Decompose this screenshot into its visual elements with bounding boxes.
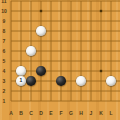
black-stone-C3: [26, 76, 36, 86]
white-stone-B4: [16, 66, 26, 76]
column-label-J: J: [90, 110, 93, 115]
column-label-G: G: [69, 110, 73, 115]
column-label-K: K: [99, 110, 103, 115]
row-label-10: 10: [1, 9, 7, 14]
row-label-3: 3: [3, 79, 6, 84]
column-label-B: B: [19, 110, 23, 115]
white-stone-D8: [36, 26, 46, 36]
row-label-4: 4: [3, 69, 6, 74]
row-label-6: 6: [3, 49, 6, 54]
row-label-11: 11: [1, 0, 6, 4]
black-stone-F3: [56, 76, 66, 86]
board-grid: [0, 0, 120, 120]
column-label-D: D: [39, 110, 43, 115]
black-stone-D4: [36, 66, 46, 76]
column-label-F: F: [59, 110, 62, 115]
column-label-H: H: [79, 110, 83, 115]
move-number-label: 1: [20, 78, 23, 83]
star-point-D10: [40, 10, 42, 12]
row-label-5: 5: [3, 59, 6, 64]
white-stone-L3: [106, 76, 116, 86]
go-board[interactable]: 1110987654321ABCDEFGHJKL1: [0, 0, 120, 120]
star-point-K4: [100, 70, 102, 72]
row-label-2: 2: [3, 89, 6, 94]
white-stone-C6: [26, 46, 36, 56]
row-label-8: 8: [3, 29, 6, 34]
go-board-screenshot: 1110987654321ABCDEFGHJKL1: [0, 0, 120, 120]
star-point-K10: [100, 10, 102, 12]
column-label-A: A: [9, 110, 13, 115]
white-stone-B3: 1: [16, 76, 26, 86]
column-label-L: L: [109, 110, 112, 115]
row-label-7: 7: [3, 39, 6, 44]
column-label-C: C: [29, 110, 33, 115]
column-label-E: E: [49, 110, 52, 115]
row-label-9: 9: [3, 19, 6, 24]
white-stone-H3: [76, 76, 86, 86]
row-label-1: 1: [3, 99, 6, 104]
